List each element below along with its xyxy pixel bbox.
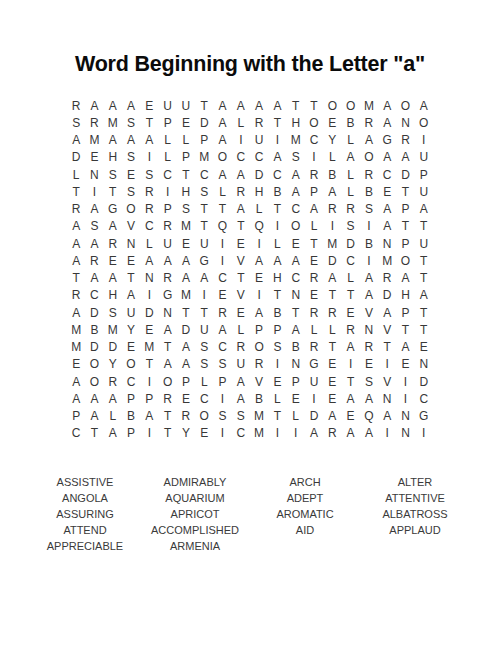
grid-cell[interactable]: A [67, 132, 85, 149]
grid-cell[interactable]: A [104, 390, 122, 407]
grid-cell[interactable]: T [232, 270, 250, 287]
grid-cell[interactable]: I [341, 356, 359, 373]
grid-cell[interactable]: S [213, 356, 231, 373]
grid-cell[interactable]: U [122, 304, 140, 321]
grid-cell[interactable]: L [104, 408, 122, 425]
grid-cell[interactable]: A [232, 97, 250, 114]
grid-cell[interactable]: T [177, 166, 195, 183]
grid-cell[interactable]: E [122, 252, 140, 269]
grid-cell[interactable]: E [177, 390, 195, 407]
grid-cell[interactable]: P [396, 235, 414, 252]
grid-cell[interactable]: D [323, 252, 341, 269]
grid-cell[interactable]: R [158, 218, 176, 235]
grid-cell[interactable]: I [195, 287, 213, 304]
grid-cell[interactable]: T [415, 270, 433, 287]
grid-cell[interactable]: A [67, 235, 85, 252]
grid-cell[interactable]: E [104, 252, 122, 269]
grid-cell[interactable]: C [213, 270, 231, 287]
grid-cell[interactable]: H [268, 270, 286, 287]
grid-cell[interactable]: T [268, 408, 286, 425]
grid-cell[interactable]: A [396, 149, 414, 166]
grid-cell[interactable]: D [415, 373, 433, 390]
grid-cell[interactable]: E [140, 97, 158, 114]
grid-cell[interactable]: T [305, 97, 323, 114]
grid-cell[interactable]: I [250, 287, 268, 304]
grid-cell[interactable]: U [195, 235, 213, 252]
grid-cell[interactable]: I [378, 356, 396, 373]
grid-cell[interactable]: I [268, 356, 286, 373]
grid-cell[interactable]: P [305, 183, 323, 200]
grid-cell[interactable]: O [122, 201, 140, 218]
grid-cell[interactable]: A [158, 356, 176, 373]
grid-cell[interactable]: T [268, 201, 286, 218]
grid-cell[interactable]: R [305, 304, 323, 321]
grid-cell[interactable]: L [232, 114, 250, 131]
grid-cell[interactable]: R [158, 270, 176, 287]
grid-cell[interactable]: T [85, 425, 103, 442]
grid-cell[interactable]: C [67, 425, 85, 442]
grid-cell[interactable]: G [195, 252, 213, 269]
grid-cell[interactable]: G [415, 408, 433, 425]
grid-cell[interactable]: A [104, 97, 122, 114]
grid-cell[interactable]: E [323, 356, 341, 373]
grid-cell[interactable]: M [378, 252, 396, 269]
grid-cell[interactable]: L [341, 166, 359, 183]
grid-cell[interactable]: T [378, 339, 396, 356]
grid-cell[interactable]: L [323, 321, 341, 338]
grid-cell[interactable]: C [341, 252, 359, 269]
grid-cell[interactable]: A [213, 114, 231, 131]
grid-cell[interactable]: C [232, 425, 250, 442]
grid-cell[interactable]: R [323, 201, 341, 218]
grid-cell[interactable]: A [341, 149, 359, 166]
grid-cell[interactable]: E [67, 356, 85, 373]
grid-cell[interactable]: T [213, 201, 231, 218]
grid-cell[interactable]: E [378, 183, 396, 200]
grid-cell[interactable]: S [268, 339, 286, 356]
grid-cell[interactable]: R [396, 132, 414, 149]
grid-cell[interactable]: B [250, 390, 268, 407]
grid-cell[interactable]: D [104, 339, 122, 356]
grid-cell[interactable]: O [85, 356, 103, 373]
grid-cell[interactable]: I [396, 390, 414, 407]
grid-cell[interactable]: N [396, 425, 414, 442]
grid-cell[interactable]: O [85, 373, 103, 390]
grid-cell[interactable]: A [378, 97, 396, 114]
grid-cell[interactable]: L [305, 321, 323, 338]
grid-cell[interactable]: A [177, 270, 195, 287]
grid-cell[interactable]: A [415, 287, 433, 304]
grid-cell[interactable]: R [323, 304, 341, 321]
grid-cell[interactable]: M [323, 235, 341, 252]
grid-cell[interactable]: A [213, 321, 231, 338]
grid-cell[interactable]: E [305, 287, 323, 304]
grid-cell[interactable]: R [341, 201, 359, 218]
grid-cell[interactable]: P [122, 425, 140, 442]
grid-cell[interactable]: C [378, 166, 396, 183]
grid-cell[interactable]: A [360, 425, 378, 442]
grid-cell[interactable]: O [341, 97, 359, 114]
grid-cell[interactable]: H [104, 287, 122, 304]
grid-cell[interactable]: I [268, 425, 286, 442]
grid-cell[interactable]: T [415, 218, 433, 235]
grid-cell[interactable]: I [85, 183, 103, 200]
grid-cell[interactable]: A [158, 321, 176, 338]
grid-cell[interactable]: Q [213, 218, 231, 235]
grid-cell[interactable]: L [268, 235, 286, 252]
grid-cell[interactable]: L [250, 201, 268, 218]
grid-cell[interactable]: M [360, 97, 378, 114]
grid-cell[interactable]: U [158, 235, 176, 252]
grid-cell[interactable]: I [415, 425, 433, 442]
grid-cell[interactable]: N [158, 304, 176, 321]
grid-cell[interactable]: R [250, 114, 268, 131]
grid-cell[interactable]: P [177, 373, 195, 390]
grid-cell[interactable]: D [85, 304, 103, 321]
grid-cell[interactable]: D [378, 287, 396, 304]
grid-cell[interactable]: T [415, 321, 433, 338]
grid-cell[interactable]: S [341, 218, 359, 235]
grid-cell[interactable]: A [268, 252, 286, 269]
grid-cell[interactable]: U [415, 183, 433, 200]
grid-cell[interactable]: N [378, 390, 396, 407]
grid-cell[interactable]: C [415, 390, 433, 407]
grid-cell[interactable]: S [67, 114, 85, 131]
grid-cell[interactable]: B [360, 235, 378, 252]
grid-cell[interactable]: R [305, 270, 323, 287]
grid-cell[interactable]: A [177, 339, 195, 356]
grid-cell[interactable]: D [305, 408, 323, 425]
grid-cell[interactable]: T [415, 304, 433, 321]
grid-cell[interactable]: U [158, 97, 176, 114]
grid-cell[interactable]: E [250, 270, 268, 287]
grid-cell[interactable]: V [232, 287, 250, 304]
grid-cell[interactable]: M [67, 339, 85, 356]
grid-cell[interactable]: A [341, 390, 359, 407]
grid-cell[interactable]: N [378, 235, 396, 252]
grid-cell[interactable]: R [177, 408, 195, 425]
grid-cell[interactable]: A [268, 149, 286, 166]
grid-cell[interactable]: L [195, 373, 213, 390]
grid-cell[interactable]: T [158, 408, 176, 425]
grid-cell[interactable]: E [396, 356, 414, 373]
grid-cell[interactable]: I [396, 373, 414, 390]
grid-cell[interactable]: I [232, 132, 250, 149]
grid-cell[interactable]: U [415, 235, 433, 252]
grid-cell[interactable]: R [378, 270, 396, 287]
grid-cell[interactable]: A [287, 252, 305, 269]
grid-cell[interactable]: T [195, 201, 213, 218]
grid-cell[interactable]: A [378, 218, 396, 235]
grid-cell[interactable]: A [268, 97, 286, 114]
grid-cell[interactable]: S [104, 166, 122, 183]
grid-cell[interactable]: H [177, 183, 195, 200]
grid-cell[interactable]: A [360, 390, 378, 407]
grid-cell[interactable]: N [287, 356, 305, 373]
grid-cell[interactable]: A [232, 201, 250, 218]
grid-cell[interactable]: B [360, 183, 378, 200]
grid-cell[interactable]: A [323, 408, 341, 425]
grid-cell[interactable]: M [104, 321, 122, 338]
grid-cell[interactable]: U [305, 373, 323, 390]
grid-cell[interactable]: T [195, 218, 213, 235]
grid-cell[interactable]: I [287, 425, 305, 442]
grid-cell[interactable]: A [305, 425, 323, 442]
grid-cell[interactable]: V [232, 252, 250, 269]
grid-cell[interactable]: T [396, 183, 414, 200]
grid-cell[interactable]: T [158, 339, 176, 356]
grid-cell[interactable]: A [250, 252, 268, 269]
grid-cell[interactable]: T [341, 287, 359, 304]
grid-cell[interactable]: D [67, 149, 85, 166]
grid-cell[interactable]: A [323, 270, 341, 287]
grid-cell[interactable]: P [195, 132, 213, 149]
grid-cell[interactable]: G [305, 356, 323, 373]
grid-cell[interactable]: O [287, 218, 305, 235]
grid-cell[interactable]: A [378, 304, 396, 321]
grid-cell[interactable]: I [140, 425, 158, 442]
grid-cell[interactable]: A [67, 373, 85, 390]
grid-cell[interactable]: L [323, 149, 341, 166]
grid-cell[interactable]: E [232, 235, 250, 252]
grid-cell[interactable]: A [360, 132, 378, 149]
grid-cell[interactable]: T [104, 183, 122, 200]
grid-cell[interactable]: A [250, 304, 268, 321]
grid-cell[interactable]: G [104, 201, 122, 218]
grid-cell[interactable]: A [232, 373, 250, 390]
grid-cell[interactable]: N [287, 287, 305, 304]
grid-cell[interactable]: T [396, 321, 414, 338]
grid-cell[interactable]: E [341, 408, 359, 425]
grid-cell[interactable]: I [250, 235, 268, 252]
grid-cell[interactable]: V [250, 373, 268, 390]
grid-cell[interactable]: L [305, 218, 323, 235]
grid-cell[interactable]: T [177, 304, 195, 321]
grid-cell[interactable]: Y [122, 321, 140, 338]
grid-cell[interactable]: I [140, 287, 158, 304]
grid-cell[interactable]: C [287, 201, 305, 218]
grid-cell[interactable]: R [341, 321, 359, 338]
grid-cell[interactable]: B [287, 339, 305, 356]
grid-cell[interactable]: U [415, 149, 433, 166]
grid-cell[interactable]: P [67, 408, 85, 425]
grid-cell[interactable]: T [140, 114, 158, 131]
grid-cell[interactable]: O [415, 114, 433, 131]
grid-cell[interactable]: A [232, 166, 250, 183]
grid-cell[interactable]: R [305, 339, 323, 356]
grid-cell[interactable]: D [250, 166, 268, 183]
grid-cell[interactable]: D [195, 114, 213, 131]
grid-cell[interactable]: A [213, 97, 231, 114]
grid-cell[interactable]: A [195, 270, 213, 287]
grid-cell[interactable]: M [177, 218, 195, 235]
grid-cell[interactable]: L [341, 132, 359, 149]
grid-cell[interactable]: R [85, 252, 103, 269]
grid-cell[interactable]: T [305, 235, 323, 252]
grid-cell[interactable]: A [341, 339, 359, 356]
grid-cell[interactable]: O [396, 97, 414, 114]
grid-cell[interactable]: A [177, 356, 195, 373]
grid-cell[interactable]: I [213, 425, 231, 442]
grid-cell[interactable]: A [85, 408, 103, 425]
grid-cell[interactable]: T [323, 287, 341, 304]
grid-cell[interactable]: N [140, 270, 158, 287]
grid-cell[interactable]: T [268, 287, 286, 304]
grid-cell[interactable]: E [360, 356, 378, 373]
grid-cell[interactable]: A [232, 390, 250, 407]
grid-cell[interactable]: U [232, 356, 250, 373]
grid-cell[interactable]: P [396, 201, 414, 218]
grid-cell[interactable]: A [378, 114, 396, 131]
grid-cell[interactable]: A [305, 201, 323, 218]
grid-cell[interactable]: I [268, 132, 286, 149]
grid-cell[interactable]: V [122, 218, 140, 235]
grid-cell[interactable]: M [287, 132, 305, 149]
grid-cell[interactable]: U [177, 97, 195, 114]
grid-cell[interactable]: E [287, 390, 305, 407]
grid-cell[interactable]: B [122, 408, 140, 425]
grid-cell[interactable]: I [323, 218, 341, 235]
grid-cell[interactable]: S [195, 339, 213, 356]
grid-cell[interactable]: U [195, 321, 213, 338]
grid-cell[interactable]: A [85, 235, 103, 252]
grid-cell[interactable]: E [305, 252, 323, 269]
grid-cell[interactable]: P [396, 304, 414, 321]
grid-cell[interactable]: E [177, 235, 195, 252]
grid-cell[interactable]: T [140, 356, 158, 373]
grid-cell[interactable]: A [85, 201, 103, 218]
grid-cell[interactable]: S [122, 183, 140, 200]
grid-cell[interactable]: M [67, 321, 85, 338]
grid-cell[interactable]: E [268, 373, 286, 390]
grid-cell[interactable]: E [122, 166, 140, 183]
grid-cell[interactable]: A [396, 270, 414, 287]
grid-cell[interactable]: P [415, 166, 433, 183]
grid-cell[interactable]: A [122, 97, 140, 114]
grid-cell[interactable]: E [323, 114, 341, 131]
grid-cell[interactable]: R [250, 356, 268, 373]
grid-cell[interactable]: P [268, 321, 286, 338]
grid-cell[interactable]: M [250, 408, 268, 425]
grid-cell[interactable]: B [323, 166, 341, 183]
grid-cell[interactable]: I [140, 373, 158, 390]
grid-cell[interactable]: A [104, 425, 122, 442]
grid-cell[interactable]: E [140, 321, 158, 338]
grid-cell[interactable]: P [177, 149, 195, 166]
grid-cell[interactable]: A [341, 425, 359, 442]
grid-cell[interactable]: T [195, 97, 213, 114]
grid-cell[interactable]: L [140, 235, 158, 252]
grid-cell[interactable]: M [195, 149, 213, 166]
grid-cell[interactable]: L [232, 321, 250, 338]
grid-cell[interactable]: T [158, 425, 176, 442]
grid-cell[interactable]: I [268, 218, 286, 235]
grid-cell[interactable]: M [104, 114, 122, 131]
grid-cell[interactable]: A [213, 166, 231, 183]
grid-cell[interactable]: B [341, 114, 359, 131]
grid-cell[interactable]: R [158, 390, 176, 407]
grid-cell[interactable]: C [213, 339, 231, 356]
grid-cell[interactable]: A [287, 321, 305, 338]
grid-cell[interactable]: T [341, 373, 359, 390]
grid-cell[interactable]: R [67, 201, 85, 218]
grid-cell[interactable]: R [232, 183, 250, 200]
grid-cell[interactable]: M [177, 287, 195, 304]
grid-cell[interactable]: P [250, 321, 268, 338]
grid-cell[interactable]: O [213, 149, 231, 166]
grid-cell[interactable]: T [195, 304, 213, 321]
grid-cell[interactable]: V [378, 321, 396, 338]
grid-cell[interactable]: H [250, 183, 268, 200]
grid-cell[interactable]: Y [104, 356, 122, 373]
grid-cell[interactable]: L [158, 149, 176, 166]
grid-cell[interactable]: I [140, 149, 158, 166]
grid-cell[interactable]: E [415, 339, 433, 356]
grid-cell[interactable]: R [67, 97, 85, 114]
grid-cell[interactable]: G [158, 287, 176, 304]
grid-cell[interactable]: R [213, 304, 231, 321]
grid-cell[interactable]: A [158, 252, 176, 269]
grid-cell[interactable]: A [213, 132, 231, 149]
grid-cell[interactable]: N [396, 114, 414, 131]
grid-cell[interactable]: A [323, 183, 341, 200]
grid-cell[interactable]: Q [360, 408, 378, 425]
grid-cell[interactable]: B [268, 183, 286, 200]
grid-cell[interactable]: O [305, 114, 323, 131]
grid-cell[interactable]: R [323, 425, 341, 442]
grid-cell[interactable]: S [232, 408, 250, 425]
grid-cell[interactable]: N [122, 235, 140, 252]
grid-cell[interactable]: A [67, 252, 85, 269]
grid-cell[interactable]: S [195, 183, 213, 200]
grid-cell[interactable]: T [396, 218, 414, 235]
grid-cell[interactable]: E [287, 235, 305, 252]
grid-cell[interactable]: A [415, 97, 433, 114]
grid-cell[interactable]: S [360, 373, 378, 390]
grid-cell[interactable]: A [122, 287, 140, 304]
grid-cell[interactable]: T [415, 252, 433, 269]
grid-cell[interactable]: B [268, 304, 286, 321]
grid-cell[interactable]: O [195, 408, 213, 425]
grid-cell[interactable]: L [268, 390, 286, 407]
grid-cell[interactable]: R [140, 201, 158, 218]
grid-cell[interactable]: I [378, 425, 396, 442]
grid-cell[interactable]: A [104, 218, 122, 235]
grid-cell[interactable]: C [232, 149, 250, 166]
grid-cell[interactable]: Y [323, 132, 341, 149]
grid-cell[interactable]: A [104, 132, 122, 149]
grid-cell[interactable]: H [104, 149, 122, 166]
grid-cell[interactable]: A [67, 218, 85, 235]
grid-cell[interactable]: N [360, 321, 378, 338]
grid-cell[interactable]: L [177, 132, 195, 149]
grid-cell[interactable]: C [122, 373, 140, 390]
grid-cell[interactable]: E [341, 304, 359, 321]
grid-cell[interactable]: L [341, 183, 359, 200]
grid-cell[interactable]: P [140, 390, 158, 407]
grid-cell[interactable]: S [177, 201, 195, 218]
grid-cell[interactable]: T [122, 270, 140, 287]
grid-cell[interactable]: I [213, 390, 231, 407]
grid-cell[interactable]: E [122, 339, 140, 356]
grid-cell[interactable]: P [213, 373, 231, 390]
grid-cell[interactable]: C [85, 287, 103, 304]
grid-cell[interactable]: D [85, 339, 103, 356]
grid-cell[interactable]: I [360, 218, 378, 235]
grid-cell[interactable]: T [67, 270, 85, 287]
grid-cell[interactable]: R [104, 373, 122, 390]
grid-cell[interactable]: C [250, 149, 268, 166]
